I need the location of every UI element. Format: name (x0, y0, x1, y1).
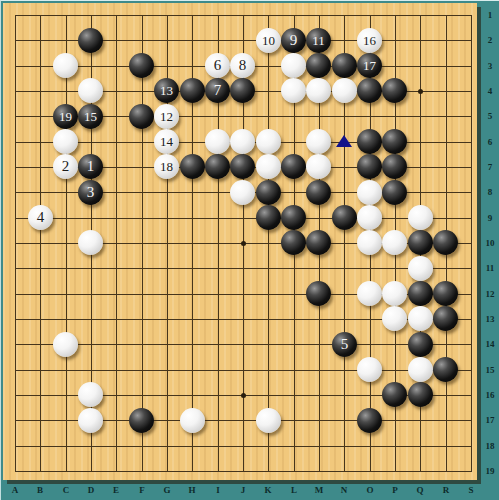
star-point-Q4 (418, 89, 423, 94)
stone-R13[interactable] (433, 306, 458, 331)
stone-P10[interactable] (382, 230, 407, 255)
stone-D5[interactable]: 15 (78, 104, 103, 129)
stone-I6[interactable] (205, 129, 230, 154)
stone-O3[interactable]: 17 (357, 53, 382, 78)
stone-N9[interactable] (332, 205, 357, 230)
stone-M12[interactable] (306, 281, 331, 306)
row-label-3: 3 (488, 61, 493, 71)
row-label-18: 18 (486, 441, 495, 451)
stone-K7[interactable] (256, 154, 281, 179)
col-label-D: D (88, 485, 95, 495)
move-number: 15 (84, 110, 97, 123)
stone-K6[interactable] (256, 129, 281, 154)
move-number: 13 (160, 84, 173, 97)
stone-Q14[interactable] (408, 332, 433, 357)
stone-J7[interactable] (230, 154, 255, 179)
stone-F3[interactable] (129, 53, 154, 78)
stone-D4[interactable] (78, 78, 103, 103)
stone-P6[interactable] (382, 129, 407, 154)
stone-J4[interactable] (230, 78, 255, 103)
row-label-12: 12 (486, 289, 495, 299)
row-label-2: 2 (488, 35, 493, 45)
row-label-15: 15 (486, 365, 495, 375)
stone-M3[interactable] (306, 53, 331, 78)
stone-D7[interactable]: 1 (78, 154, 103, 179)
stone-H17[interactable] (180, 408, 205, 433)
stone-C7[interactable]: 2 (53, 154, 78, 179)
stone-M7[interactable] (306, 154, 331, 179)
stone-I3[interactable]: 6 (205, 53, 230, 78)
stone-G5[interactable]: 12 (154, 104, 179, 129)
stone-R10[interactable] (433, 230, 458, 255)
stone-D2[interactable] (78, 28, 103, 53)
row-label-10: 10 (486, 238, 495, 248)
stone-K8[interactable] (256, 180, 281, 205)
stone-N14[interactable]: 5 (332, 332, 357, 357)
stone-O7[interactable] (357, 154, 382, 179)
col-label-E: E (113, 485, 119, 495)
move-number: 19 (59, 110, 72, 123)
move-number: 3 (87, 185, 95, 200)
grid-line-horizontal (15, 446, 472, 447)
stone-J8[interactable] (230, 180, 255, 205)
col-label-R: R (443, 485, 450, 495)
col-label-H: H (188, 485, 195, 495)
move-number: 10 (262, 34, 275, 47)
grid-line-horizontal (15, 370, 472, 371)
grid-line-horizontal (15, 344, 472, 345)
move-number: 17 (363, 59, 376, 72)
stone-O2[interactable]: 16 (357, 28, 382, 53)
row-label-14: 14 (486, 339, 495, 349)
stone-N3[interactable] (332, 53, 357, 78)
star-point-J10 (241, 241, 246, 246)
stone-L9[interactable] (281, 205, 306, 230)
stone-P7[interactable] (382, 154, 407, 179)
go-app-window: 10911166817137191512142118345ABCDEFGHIJK… (0, 0, 499, 500)
row-label-8: 8 (488, 187, 493, 197)
col-label-Q: Q (416, 485, 423, 495)
move-number: 16 (363, 34, 376, 47)
stone-K2[interactable]: 10 (256, 28, 281, 53)
star-point-J16 (241, 393, 246, 398)
stone-M4[interactable] (306, 78, 331, 103)
col-label-N: N (341, 485, 348, 495)
stone-H7[interactable] (180, 154, 205, 179)
stone-I7[interactable] (205, 154, 230, 179)
stone-L4[interactable] (281, 78, 306, 103)
move-number: 4 (37, 210, 45, 225)
stone-D8[interactable]: 3 (78, 180, 103, 205)
stone-F17[interactable] (129, 408, 154, 433)
stone-G6[interactable]: 14 (154, 129, 179, 154)
row-label-16: 16 (486, 390, 495, 400)
stone-O15[interactable] (357, 357, 382, 382)
stone-O9[interactable] (357, 205, 382, 230)
move-number: 9 (290, 33, 298, 48)
stone-L7[interactable] (281, 154, 306, 179)
stone-Q15[interactable] (408, 357, 433, 382)
stone-G4[interactable]: 13 (154, 78, 179, 103)
col-label-A: A (12, 485, 19, 495)
move-number: 1 (87, 159, 95, 174)
col-label-K: K (264, 485, 271, 495)
move-number: 14 (160, 135, 173, 148)
stone-O6[interactable] (357, 129, 382, 154)
stone-P16[interactable] (382, 382, 407, 407)
stone-Q16[interactable] (408, 382, 433, 407)
stone-M6[interactable] (306, 129, 331, 154)
move-number: 7 (214, 83, 222, 98)
stone-O12[interactable] (357, 281, 382, 306)
stone-K17[interactable] (256, 408, 281, 433)
stone-P8[interactable] (382, 180, 407, 205)
stone-O4[interactable] (357, 78, 382, 103)
row-label-11: 11 (486, 263, 495, 273)
stone-R15[interactable] (433, 357, 458, 382)
stone-D16[interactable] (78, 382, 103, 407)
col-label-I: I (216, 485, 220, 495)
stone-Q9[interactable] (408, 205, 433, 230)
col-label-C: C (63, 485, 70, 495)
row-label-13: 13 (486, 314, 495, 324)
stone-O10[interactable] (357, 230, 382, 255)
stone-M2[interactable]: 11 (306, 28, 331, 53)
stone-J6[interactable] (230, 129, 255, 154)
grid-line-horizontal (15, 471, 472, 472)
stone-B9[interactable]: 4 (28, 205, 53, 230)
move-number: 12 (160, 110, 173, 123)
col-label-G: G (163, 485, 170, 495)
stone-Q13[interactable] (408, 306, 433, 331)
stone-Q12[interactable] (408, 281, 433, 306)
stone-O17[interactable] (357, 408, 382, 433)
grid-line-vertical (471, 15, 472, 472)
move-number: 2 (62, 159, 70, 174)
stone-C5[interactable]: 19 (53, 104, 78, 129)
triangle-marker-N6 (336, 135, 352, 147)
row-label-9: 9 (488, 213, 493, 223)
move-number: 18 (160, 160, 173, 173)
col-label-J: J (241, 485, 246, 495)
stone-C14[interactable] (53, 332, 78, 357)
col-label-L: L (291, 485, 297, 495)
stone-P13[interactable] (382, 306, 407, 331)
stone-M8[interactable] (306, 180, 331, 205)
stone-I4[interactable]: 7 (205, 78, 230, 103)
row-label-17: 17 (486, 415, 495, 425)
row-label-1: 1 (488, 10, 493, 20)
stone-J3[interactable]: 8 (230, 53, 255, 78)
stone-C3[interactable] (53, 53, 78, 78)
stone-N4[interactable] (332, 78, 357, 103)
col-label-F: F (139, 485, 145, 495)
stone-L3[interactable] (281, 53, 306, 78)
stone-R12[interactable] (433, 281, 458, 306)
stone-Q11[interactable] (408, 256, 433, 281)
stone-F5[interactable] (129, 104, 154, 129)
row-label-19: 19 (486, 466, 495, 476)
row-label-7: 7 (488, 162, 493, 172)
col-label-B: B (37, 485, 43, 495)
stone-M10[interactable] (306, 230, 331, 255)
row-label-5: 5 (488, 111, 493, 121)
stone-D10[interactable] (78, 230, 103, 255)
col-label-S: S (468, 485, 473, 495)
stone-L10[interactable] (281, 230, 306, 255)
stone-D17[interactable] (78, 408, 103, 433)
stone-P4[interactable] (382, 78, 407, 103)
stone-H4[interactable] (180, 78, 205, 103)
stone-P12[interactable] (382, 281, 407, 306)
stone-K9[interactable] (256, 205, 281, 230)
stone-O8[interactable] (357, 180, 382, 205)
move-number: 11 (312, 34, 325, 47)
stone-L2[interactable]: 9 (281, 28, 306, 53)
stone-C6[interactable] (53, 129, 78, 154)
move-number: 6 (214, 58, 222, 73)
grid-line-vertical (268, 15, 269, 472)
move-number: 5 (341, 337, 349, 352)
stone-Q10[interactable] (408, 230, 433, 255)
grid-line-horizontal (15, 268, 472, 269)
stone-G7[interactable]: 18 (154, 154, 179, 179)
col-label-O: O (366, 485, 373, 495)
col-label-M: M (315, 485, 324, 495)
col-label-P: P (392, 485, 398, 495)
move-number: 8 (239, 58, 247, 73)
row-label-4: 4 (488, 86, 493, 96)
row-label-6: 6 (488, 137, 493, 147)
